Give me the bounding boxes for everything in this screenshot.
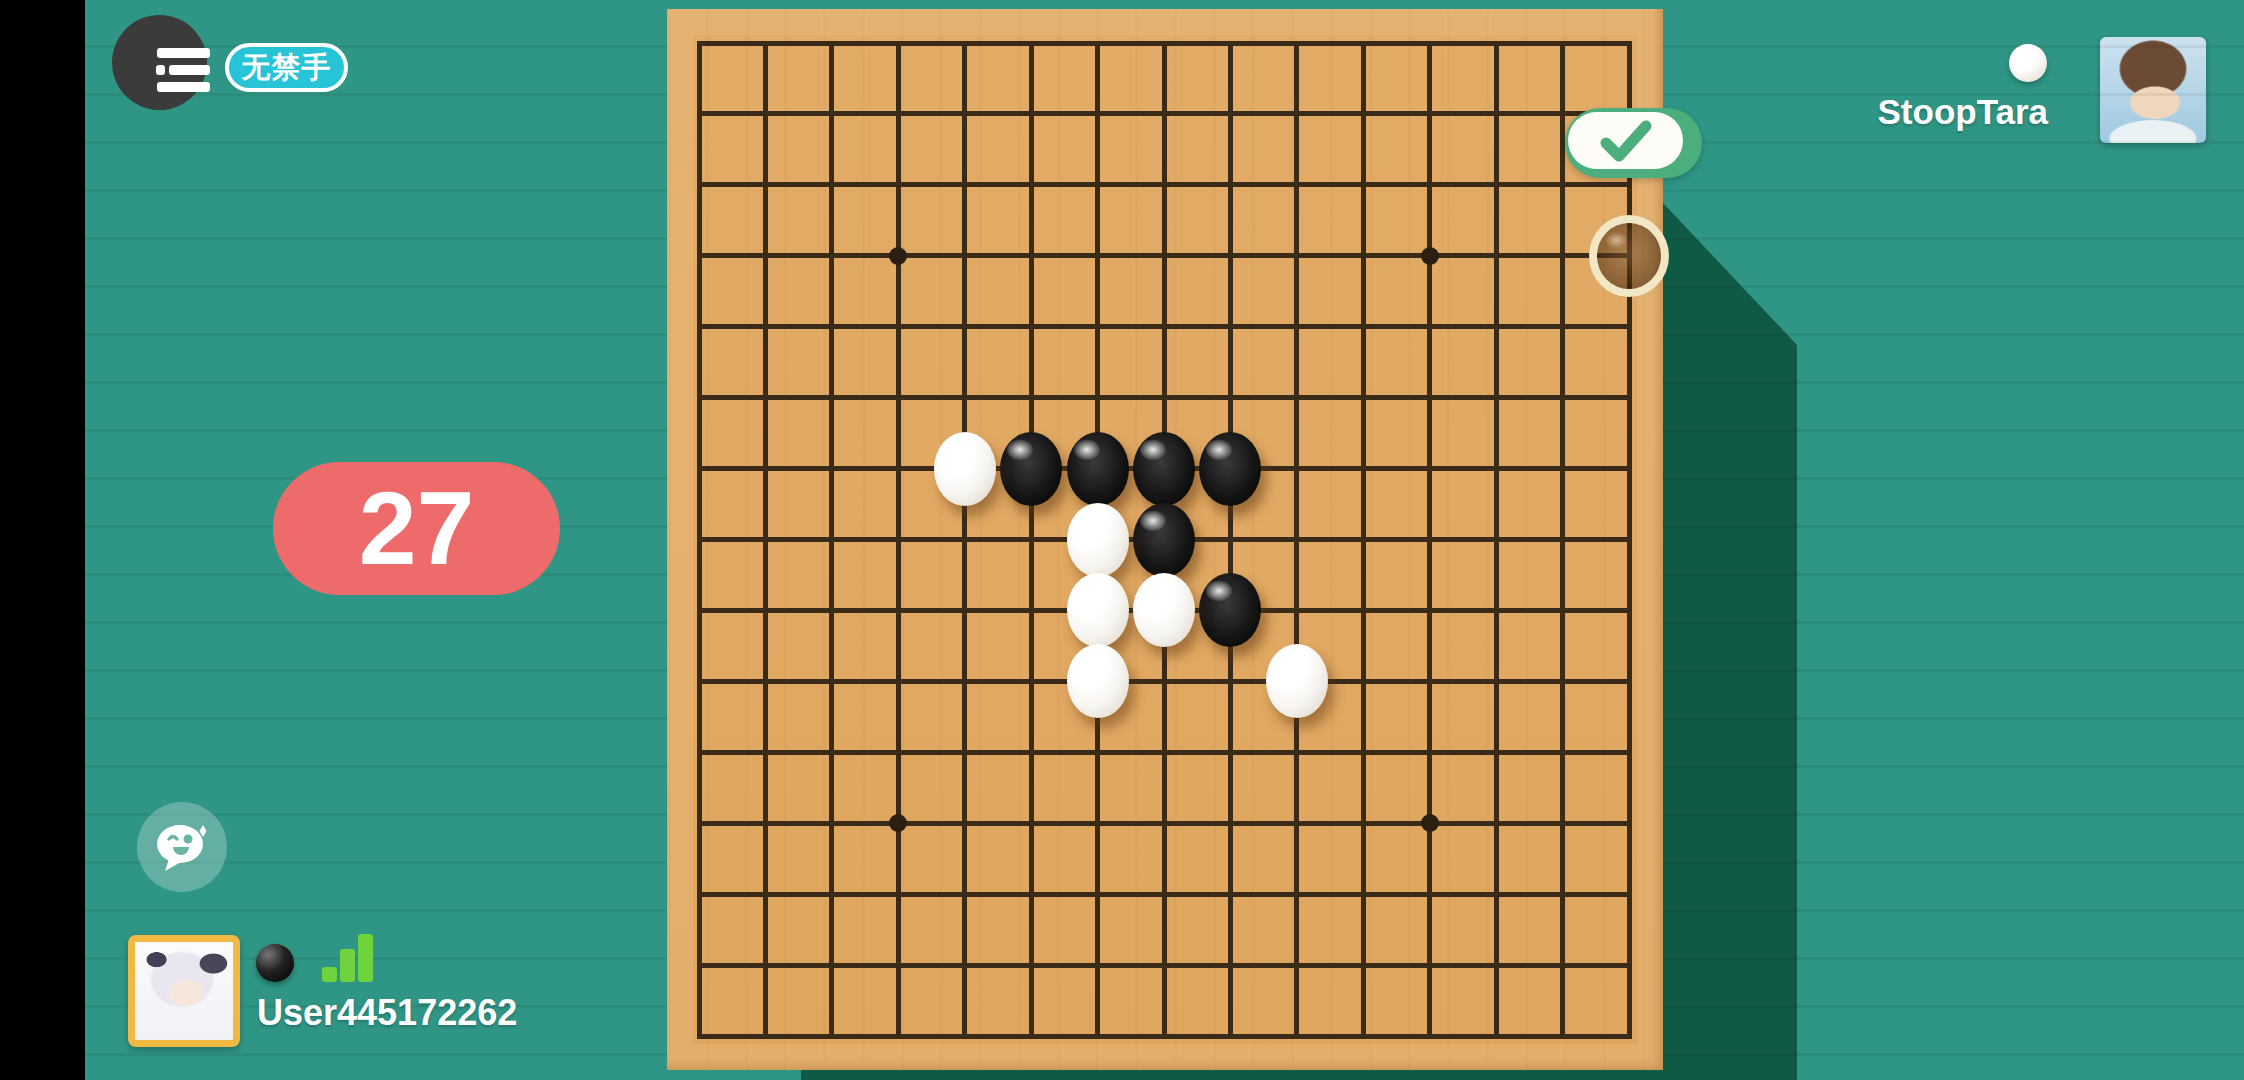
grid-line <box>1627 41 1632 1039</box>
menu-button[interactable] <box>112 15 207 110</box>
grid-line <box>697 750 1632 755</box>
signal-bar-1 <box>322 967 337 982</box>
star-point <box>1421 247 1439 265</box>
grid-line <box>1494 41 1499 1039</box>
grid-line <box>697 821 1632 826</box>
opponent-name: StoopTara <box>1878 92 2048 132</box>
opponent-avatar <box>2100 37 2206 143</box>
chat-emoji-icon <box>151 817 213 877</box>
opponent-stone-icon-white <box>2009 44 2047 82</box>
self-avatar <box>128 935 240 1047</box>
letterbox-bar <box>0 0 85 1080</box>
stone-black <box>1133 432 1195 506</box>
grid-line <box>1361 41 1366 1039</box>
stone-black <box>1067 432 1129 506</box>
rule-badge: 无禁手 <box>225 43 348 92</box>
rule-badge-label: 无禁手 <box>242 48 332 88</box>
pending-move-stone[interactable] <box>1597 223 1661 289</box>
turn-timer-value: 27 <box>359 469 475 588</box>
turn-timer: 27 <box>273 462 560 595</box>
stone-black <box>1199 573 1261 647</box>
grid-line <box>697 679 1632 684</box>
stone-black <box>1199 432 1261 506</box>
self-stone-icon-black <box>256 944 294 982</box>
grid-line <box>697 1034 1632 1039</box>
game-screen: 无禁手 27 <box>0 0 2244 1080</box>
stone-black <box>1133 503 1195 577</box>
grid-line <box>697 892 1632 897</box>
grid-line <box>1560 41 1565 1039</box>
self-name: User445172262 <box>257 992 517 1034</box>
gomoku-board[interactable] <box>667 9 1663 1070</box>
stone-white <box>1067 573 1129 647</box>
grid-line <box>1228 41 1233 1039</box>
stone-black <box>1000 432 1062 506</box>
confirm-move-button[interactable] <box>1565 108 1702 178</box>
signal-bar-3 <box>358 934 373 982</box>
chat-button[interactable] <box>137 802 227 892</box>
grid-line <box>1294 41 1299 1039</box>
star-point <box>889 247 907 265</box>
signal-bar-2 <box>340 949 355 982</box>
stone-white <box>1067 644 1129 718</box>
stone-white <box>1133 573 1195 647</box>
grid-line <box>1427 41 1432 1039</box>
star-point <box>889 814 907 832</box>
stone-white <box>934 432 996 506</box>
confirm-button-face <box>1568 112 1683 169</box>
stone-white <box>1266 644 1328 718</box>
grid-line <box>697 963 1632 968</box>
stone-white <box>1067 503 1129 577</box>
star-point <box>1421 814 1439 832</box>
table-background: 无禁手 27 <box>0 0 2244 1080</box>
checkmark-icon <box>1598 119 1654 163</box>
